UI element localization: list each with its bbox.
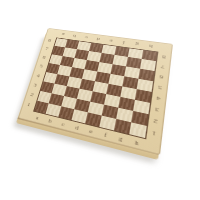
- rank-label-right-5: 5: [154, 82, 166, 95]
- rank-label-right-3: 3: [151, 103, 163, 117]
- rank-label-right-8: 8: [158, 51, 169, 62]
- rank-label-right-2: 2: [149, 115, 162, 129]
- rank-label-right-7: 7: [157, 61, 169, 73]
- board-grid: [33, 37, 158, 139]
- photo-backdrop: abcdefgh abcdefgh 87654321 87654321: [0, 0, 200, 200]
- chess-board: abcdefgh abcdefgh 87654321 87654321: [18, 28, 173, 155]
- rank-label-right-1: 1: [147, 127, 160, 142]
- square-h1: [129, 122, 146, 138]
- rank-label-right-4: 4: [152, 92, 164, 105]
- rank-label-right-6: 6: [155, 71, 167, 83]
